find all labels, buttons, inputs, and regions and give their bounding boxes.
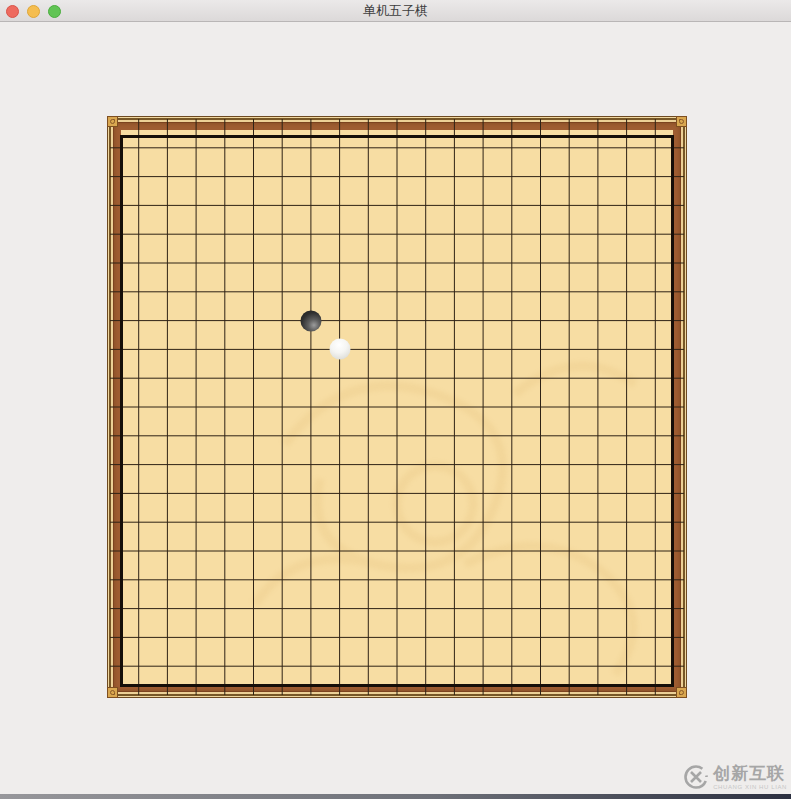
white-stone bbox=[329, 339, 350, 360]
bottom-bar bbox=[0, 794, 791, 799]
titlebar: 单机五子棋 bbox=[0, 0, 791, 22]
frame-corner-ornament bbox=[676, 116, 687, 127]
frame-corner-ornament bbox=[107, 116, 118, 127]
black-stone bbox=[300, 310, 321, 331]
frame-corner-ornament bbox=[107, 687, 118, 698]
site-watermark: 创新互联 CHUANG XIN HU LIAN bbox=[683, 764, 787, 790]
brand-pinyin: CHUANG XIN HU LIAN bbox=[713, 784, 787, 790]
frame-corner-ornament bbox=[676, 687, 687, 698]
board-inner-border bbox=[120, 135, 674, 687]
brand-logo-icon bbox=[683, 764, 709, 790]
window-title: 单机五子棋 bbox=[0, 0, 791, 22]
brand-name: 创新互联 bbox=[713, 765, 787, 782]
gomoku-board[interactable] bbox=[107, 116, 687, 698]
